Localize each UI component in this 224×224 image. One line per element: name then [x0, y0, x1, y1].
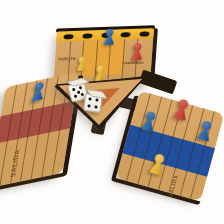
die-pip: [74, 94, 78, 98]
label-carreras: CARRERAS: [122, 62, 143, 66]
die-pip: [79, 86, 83, 90]
pawn-red: [131, 43, 143, 60]
pawn-cone: [131, 47, 143, 60]
die-pip: [88, 97, 91, 100]
storage-hole: [82, 33, 92, 38]
photo-scene: VUELTA CARRERAS SALIDA SALIDA: [0, 0, 224, 224]
pawn-blue: [104, 29, 116, 45]
die-pip: [95, 98, 98, 101]
storage-hole: [63, 34, 73, 39]
board-edge: [113, 177, 200, 205]
die-pip: [72, 88, 76, 92]
label-vuelta: VUELTA: [58, 57, 76, 62]
pawn-yellow: [77, 57, 87, 71]
die-pip: [76, 90, 80, 94]
storage-hole: [120, 32, 130, 37]
die-2: [83, 93, 103, 113]
die-pip: [87, 104, 90, 107]
die-pip: [94, 105, 97, 108]
pieces-right: [140, 91, 224, 114]
die-pip: [80, 93, 84, 97]
pawn-cone: [104, 33, 115, 45]
storage-hole: [139, 31, 149, 36]
dice-tray: [52, 74, 152, 130]
